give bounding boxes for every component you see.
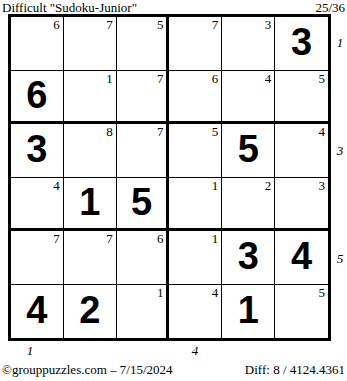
cell-value: 6	[26, 76, 47, 114]
cell-value: 3	[238, 237, 259, 275]
cell-r6c2[interactable]: 2	[64, 285, 117, 339]
corner-mark: 2	[265, 178, 272, 193]
cell-r3c6[interactable]: 4	[275, 124, 328, 178]
cell-value: 2	[79, 291, 100, 329]
cell-value: 4	[291, 237, 312, 275]
cell-r6c3[interactable]: 1	[117, 285, 170, 339]
cell-r5c4[interactable]: 1	[169, 231, 222, 285]
cell-r6c1[interactable]: 4	[11, 285, 64, 339]
cell-r2c3[interactable]: 7	[117, 71, 170, 125]
cell-r2c1[interactable]: 6	[11, 71, 64, 125]
corner-mark: 7	[157, 124, 164, 139]
corner-mark: 7	[157, 71, 164, 86]
corner-mark: 6	[53, 17, 60, 32]
cell-r4c5[interactable]: 2	[222, 178, 275, 232]
cell-value: 3	[291, 23, 312, 61]
corner-mark: 5	[157, 17, 164, 32]
corner-mark: 5	[318, 71, 325, 86]
cell-r3c3[interactable]: 7	[117, 124, 170, 178]
corner-mark: 1	[106, 71, 113, 86]
cell-value: 5	[238, 130, 259, 168]
corner-mark: 1	[212, 178, 219, 193]
col-label-1: 1	[22, 344, 38, 358]
cell-r5c6[interactable]: 4	[275, 231, 328, 285]
cell-value: 3	[26, 130, 47, 168]
cell-r6c4[interactable]: 4	[169, 285, 222, 339]
cell-r1c4[interactable]: 7	[169, 17, 222, 71]
cell-r1c1[interactable]: 6	[11, 17, 64, 71]
row-label-3: 3	[333, 144, 347, 158]
sudoku-board: 675733617645387554415123776134421415	[8, 14, 331, 341]
corner-mark: 7	[53, 231, 60, 246]
cell-r1c6[interactable]: 3	[275, 17, 328, 71]
corner-mark: 3	[265, 17, 272, 32]
corner-mark: 6	[212, 71, 219, 86]
row-label-5: 5	[333, 252, 347, 266]
cell-r6c5[interactable]: 1	[222, 285, 275, 339]
cell-r5c3[interactable]: 6	[117, 231, 170, 285]
corner-mark: 3	[318, 178, 325, 193]
corner-mark: 5	[318, 285, 325, 300]
cell-r2c2[interactable]: 1	[64, 71, 117, 125]
corner-mark: 1	[157, 285, 164, 300]
cell-r5c5[interactable]: 3	[222, 231, 275, 285]
corner-mark: 6	[157, 231, 164, 246]
row-label-1: 1	[333, 36, 347, 50]
cell-r6c6[interactable]: 5	[275, 285, 328, 339]
col-label-4: 4	[187, 344, 203, 358]
cell-r1c5[interactable]: 3	[222, 17, 275, 71]
cell-value: 1	[79, 183, 100, 221]
corner-mark: 8	[106, 124, 113, 139]
cell-r3c2[interactable]: 8	[64, 124, 117, 178]
cell-value: 5	[131, 183, 152, 221]
cell-r4c1[interactable]: 4	[11, 178, 64, 232]
cell-r2c6[interactable]: 5	[275, 71, 328, 125]
cell-r1c3[interactable]: 5	[117, 17, 170, 71]
corner-mark: 7	[212, 17, 219, 32]
corner-mark: 5	[212, 124, 219, 139]
cell-r4c6[interactable]: 3	[275, 178, 328, 232]
copyright-date: ©grouppuzzles.com – 7/15/2024	[2, 362, 173, 378]
cell-r3c1[interactable]: 3	[11, 124, 64, 178]
cell-r5c2[interactable]: 7	[64, 231, 117, 285]
cell-r3c5[interactable]: 5	[222, 124, 275, 178]
cell-r4c3[interactable]: 5	[117, 178, 170, 232]
cell-r2c5[interactable]: 4	[222, 71, 275, 125]
cell-value: 4	[26, 291, 47, 329]
cell-r5c1[interactable]: 7	[11, 231, 64, 285]
corner-mark: 4	[265, 71, 272, 86]
cell-r1c2[interactable]: 7	[64, 17, 117, 71]
cell-value: 1	[238, 291, 259, 329]
cell-r2c4[interactable]: 6	[169, 71, 222, 125]
corner-mark: 4	[212, 285, 219, 300]
cell-r4c2[interactable]: 1	[64, 178, 117, 232]
corner-mark: 7	[106, 231, 113, 246]
corner-mark: 7	[106, 17, 113, 32]
corner-mark: 4	[53, 178, 60, 193]
cell-r4c4[interactable]: 1	[169, 178, 222, 232]
cell-r3c4[interactable]: 5	[169, 124, 222, 178]
difficulty-rating: Diff: 8 / 4124.4361	[245, 362, 345, 378]
corner-mark: 1	[212, 231, 219, 246]
corner-mark: 4	[318, 124, 325, 139]
